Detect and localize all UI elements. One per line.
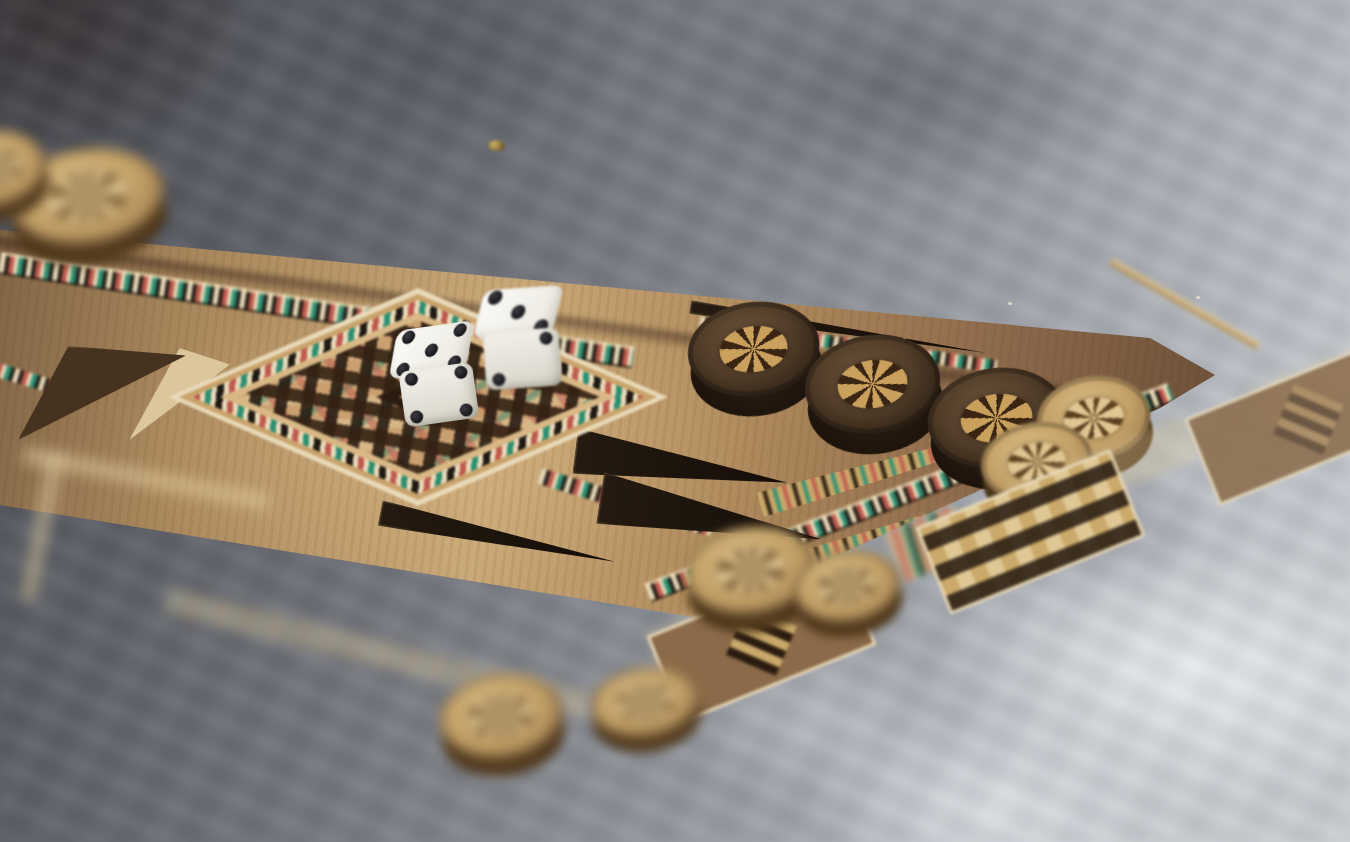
die-pip: [424, 342, 439, 357]
die-a[interactable]: [390, 321, 481, 428]
die-pip: [452, 322, 467, 337]
dice-layer: [0, 0, 1350, 842]
die-pip: [401, 330, 416, 345]
die-pip: [410, 409, 425, 424]
die-pip: [509, 304, 527, 319]
die-pip: [539, 331, 553, 345]
die-pip: [404, 372, 419, 387]
die-front-face: [483, 327, 563, 390]
die-pip: [458, 402, 473, 417]
die-pip: [487, 290, 505, 305]
die-front-face: [398, 362, 479, 428]
die-pip: [492, 373, 506, 387]
backgammon-photo-scene: [0, 0, 1350, 842]
die-pip: [453, 365, 468, 380]
die-b[interactable]: [477, 285, 564, 390]
